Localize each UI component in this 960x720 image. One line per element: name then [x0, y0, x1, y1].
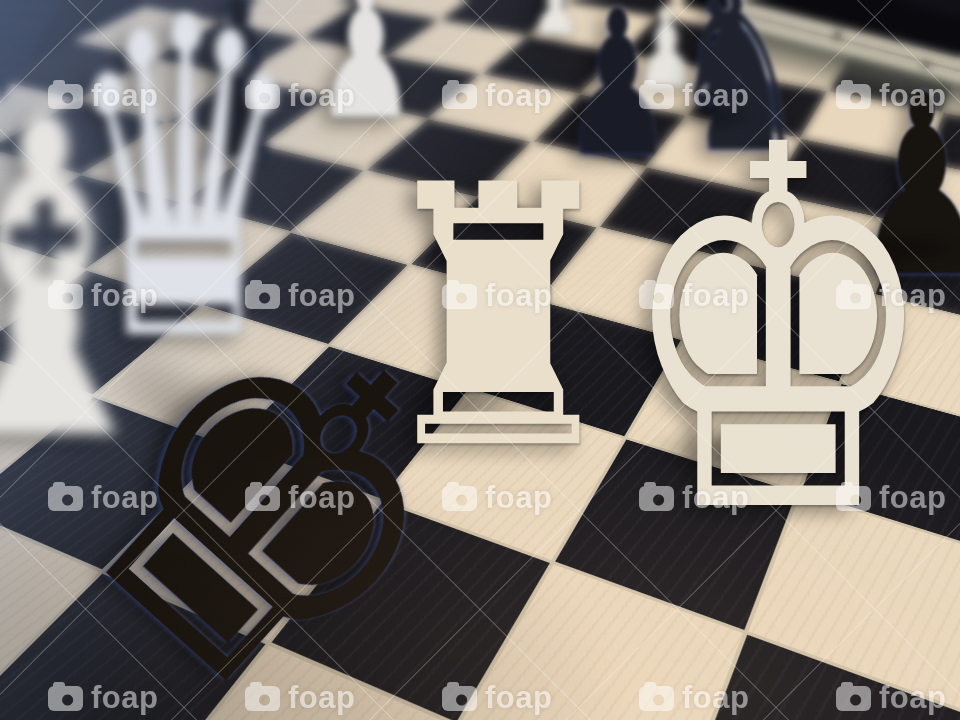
black-king-fallen: ♚: [0, 183, 597, 720]
piece-glyph: ♟: [853, 62, 960, 312]
piece-glyph: ♚: [617, 82, 940, 582]
black-pawn: ♟: [797, 62, 960, 312]
white-rook: ♜: [318, 139, 678, 499]
chess-photo: ♛♝♟♟♟♟♞♟♜♚♝♚ foapfoapfoapfoapfoapfoapfoa…: [0, 0, 960, 720]
white-pawn: ♟: [516, 0, 596, 48]
piece-glyph: ♝: [180, 0, 298, 190]
white-bishop: ♝: [0, 62, 264, 502]
piece-glyph: ♜: [369, 139, 627, 499]
black-knight: ♞: [626, 0, 851, 184]
piece-shadow: [650, 100, 765, 134]
piece-shadow: [855, 232, 960, 266]
pieces-layer: ♛♝♟♟♟♟♞♟♜♚♝♚: [0, 0, 960, 720]
white-queen: ♛: [0, 0, 405, 402]
piece-glyph: ♟: [562, 0, 673, 184]
piece-glyph: ♞: [668, 0, 809, 184]
piece-glyph: ♛: [63, 0, 308, 402]
piece-glyph: ♚: [0, 229, 545, 720]
piece-shadow: [67, 302, 423, 638]
white-pawn: ♟: [273, 0, 458, 146]
piece-glyph: ♟: [634, 0, 698, 104]
piece-shadow: [395, 385, 525, 427]
black-bishop: ♝: [129, 0, 349, 190]
black-pawn: ♟: [518, 0, 718, 184]
piece-glyph: ♝: [0, 62, 182, 502]
white-pawn: ♟: [611, 0, 721, 104]
white-king: ♚: [528, 82, 960, 582]
piece-glyph: ♟: [531, 0, 581, 48]
piece-glyph: ♟: [314, 0, 417, 146]
piece-shadow: [635, 425, 820, 483]
